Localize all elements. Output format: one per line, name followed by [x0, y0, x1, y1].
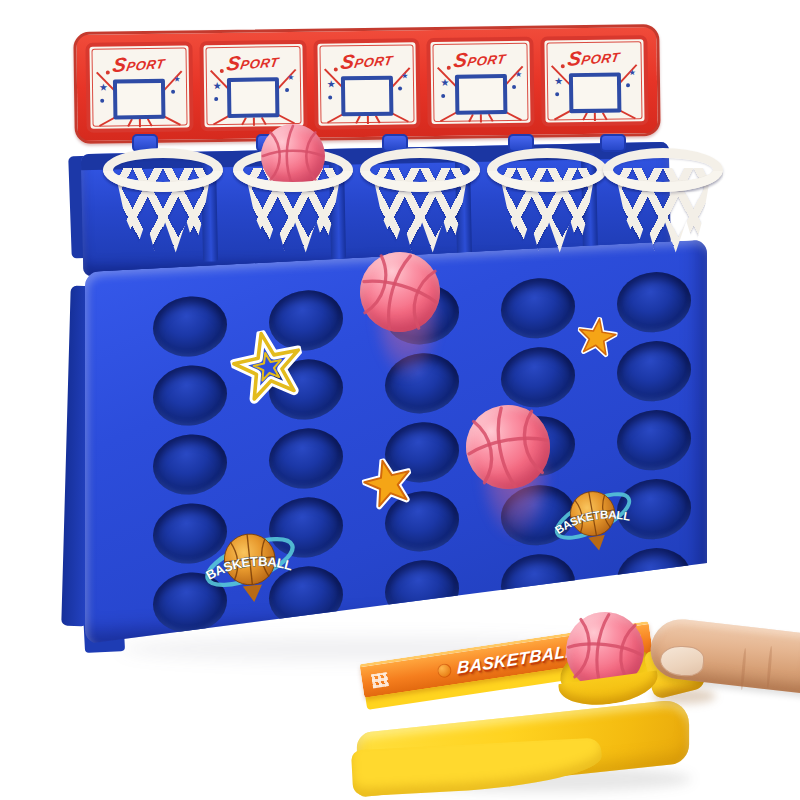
backboard-target-square [341, 76, 394, 117]
board-hole [617, 408, 691, 472]
basket-hoop [603, 148, 723, 260]
backboard-panel: SPORT★★ [427, 37, 535, 128]
star-icon: ★ [173, 76, 180, 84]
star-icon: ★ [327, 79, 336, 89]
star-icon: ★ [440, 78, 449, 88]
board-hole [617, 339, 691, 403]
backboard-panel: SPORT★★ [199, 40, 307, 131]
backboard-target-square [568, 72, 621, 113]
basket-hoop [487, 148, 607, 260]
dot-decoration [106, 71, 110, 75]
board-hole [501, 276, 575, 340]
dot-decoration [285, 88, 289, 92]
star-icon: ★ [554, 76, 563, 86]
lever-end-patch [371, 672, 389, 688]
backboard-panel: SPORT★★ [313, 38, 421, 129]
dot-decoration [626, 83, 630, 87]
backboard-target-square [455, 74, 508, 115]
board-hole [269, 426, 343, 490]
finger-shadow [652, 688, 716, 704]
backboard-target-square [227, 77, 280, 118]
dot-decoration [171, 90, 175, 94]
basketball-seams [459, 398, 556, 495]
backboard-target-square [113, 79, 166, 120]
star-icon: ★ [99, 83, 108, 93]
basketball-falling [459, 398, 556, 495]
board-hole [501, 552, 575, 616]
star-outline-sticker [225, 323, 310, 408]
board-hole [617, 546, 691, 610]
star-icon: ★ [401, 72, 408, 80]
backboard-strip: SPORT★★SPORT★★SPORT★★SPORT★★SPORT★★ [73, 24, 661, 144]
mini-basketball-icon [436, 662, 452, 678]
dot-decoration [328, 95, 332, 99]
basketball-logo-sticker: BASKETBALL [545, 470, 641, 561]
board-hole [153, 364, 227, 428]
dot-decoration [220, 69, 224, 73]
board-hole [153, 433, 227, 497]
star-icon: ★ [213, 81, 222, 91]
basket-hoop [103, 148, 223, 260]
basketball-logo-sticker: BASKETBALL [198, 513, 303, 611]
star-sticker [574, 314, 619, 359]
basket-hoop [233, 148, 353, 260]
backboard-panel: SPORT★★ [541, 35, 649, 126]
star-icon: ★ [287, 74, 294, 82]
star-icon: ★ [629, 69, 636, 77]
board-hole [617, 270, 691, 334]
dot-decoration [333, 67, 337, 71]
dot-decoration [100, 99, 104, 103]
backboard-panel: SPORT★★ [85, 41, 193, 132]
board-hole [385, 558, 459, 622]
dot-decoration [214, 97, 218, 101]
board-hole [153, 295, 227, 359]
product-photo-stage: SPORT★★SPORT★★SPORT★★SPORT★★SPORT★★ BASK… [0, 0, 800, 800]
star-icon: ★ [515, 71, 522, 79]
